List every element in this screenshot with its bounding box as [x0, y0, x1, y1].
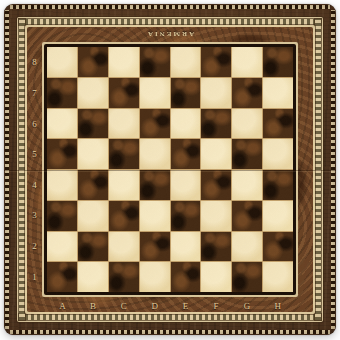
square-b7[interactable] — [78, 78, 108, 108]
square-g6[interactable] — [232, 109, 262, 139]
square-h4[interactable] — [263, 170, 293, 200]
square-c8[interactable] — [109, 47, 139, 77]
square-d5[interactable] — [140, 139, 170, 169]
square-e8[interactable] — [171, 47, 201, 77]
square-h7[interactable] — [263, 78, 293, 108]
square-h3[interactable] — [263, 201, 293, 231]
file-label-a: A — [47, 298, 78, 313]
rank-label-7: 7 — [27, 78, 42, 109]
square-g3[interactable] — [232, 201, 262, 231]
square-f1[interactable] — [201, 262, 231, 292]
square-c7[interactable] — [109, 78, 139, 108]
sawtooth-edge-bottom — [10, 330, 330, 334]
square-d4[interactable] — [140, 170, 170, 200]
rank-label-2: 2 — [27, 231, 42, 262]
square-h5[interactable] — [263, 139, 293, 169]
fold-seam-highlight — [4, 171, 336, 172]
file-labels: ABCDEFGH — [47, 298, 293, 313]
square-h8[interactable] — [263, 47, 293, 77]
square-a2[interactable] — [47, 232, 77, 262]
rank-label-6: 6 — [27, 108, 42, 139]
brand-label: ARMENIA — [4, 27, 336, 42]
square-d7[interactable] — [140, 78, 170, 108]
square-f3[interactable] — [201, 201, 231, 231]
square-c6[interactable] — [109, 109, 139, 139]
square-a3[interactable] — [47, 201, 77, 231]
square-c2[interactable] — [109, 232, 139, 262]
file-label-d: D — [139, 298, 170, 313]
square-a6[interactable] — [47, 109, 77, 139]
square-g1[interactable] — [232, 262, 262, 292]
file-label-e: E — [170, 298, 201, 313]
file-label-g: G — [232, 298, 263, 313]
square-c3[interactable] — [109, 201, 139, 231]
square-d2[interactable] — [140, 232, 170, 262]
square-e6[interactable] — [171, 109, 201, 139]
file-label-f: F — [201, 298, 232, 313]
square-b5[interactable] — [78, 139, 108, 169]
square-a7[interactable] — [47, 78, 77, 108]
sawtooth-edge-top — [10, 5, 330, 9]
square-g2[interactable] — [232, 232, 262, 262]
square-c4[interactable] — [109, 170, 139, 200]
square-d8[interactable] — [140, 47, 170, 77]
square-h2[interactable] — [263, 232, 293, 262]
mosaic-inlay-bottom — [19, 314, 321, 320]
square-g5[interactable] — [232, 139, 262, 169]
board: 87654321 ABCDEFGH ARMENIA — [4, 4, 336, 335]
square-b8[interactable] — [78, 47, 108, 77]
square-b4[interactable] — [78, 170, 108, 200]
rank-label-4: 4 — [27, 170, 42, 201]
square-a8[interactable] — [47, 47, 77, 77]
file-label-h: H — [262, 298, 293, 313]
square-e5[interactable] — [171, 139, 201, 169]
square-d3[interactable] — [140, 201, 170, 231]
square-b1[interactable] — [78, 262, 108, 292]
square-e7[interactable] — [171, 78, 201, 108]
rank-label-3: 3 — [27, 200, 42, 231]
file-label-b: B — [78, 298, 109, 313]
square-g8[interactable] — [232, 47, 262, 77]
square-g4[interactable] — [232, 170, 262, 200]
square-f2[interactable] — [201, 232, 231, 262]
file-label-c: C — [109, 298, 140, 313]
rank-label-5: 5 — [27, 139, 42, 170]
square-c1[interactable] — [109, 262, 139, 292]
brand-text: ARMENIA — [146, 31, 194, 39]
chess-board-photo: 87654321 ABCDEFGH ARMENIA — [0, 0, 340, 340]
square-g7[interactable] — [232, 78, 262, 108]
square-a1[interactable] — [47, 262, 77, 292]
square-f8[interactable] — [201, 47, 231, 77]
square-f7[interactable] — [201, 78, 231, 108]
square-d6[interactable] — [140, 109, 170, 139]
square-h6[interactable] — [263, 109, 293, 139]
square-e1[interactable] — [171, 262, 201, 292]
square-h1[interactable] — [263, 262, 293, 292]
rank-label-1: 1 — [27, 261, 42, 292]
square-b6[interactable] — [78, 109, 108, 139]
square-b2[interactable] — [78, 232, 108, 262]
square-a5[interactable] — [47, 139, 77, 169]
square-f6[interactable] — [201, 109, 231, 139]
square-e2[interactable] — [171, 232, 201, 262]
square-e4[interactable] — [171, 170, 201, 200]
square-f5[interactable] — [201, 139, 231, 169]
square-c5[interactable] — [109, 139, 139, 169]
rank-label-8: 8 — [27, 47, 42, 78]
square-e3[interactable] — [171, 201, 201, 231]
square-f4[interactable] — [201, 170, 231, 200]
square-a4[interactable] — [47, 170, 77, 200]
square-b3[interactable] — [78, 201, 108, 231]
square-d1[interactable] — [140, 262, 170, 292]
